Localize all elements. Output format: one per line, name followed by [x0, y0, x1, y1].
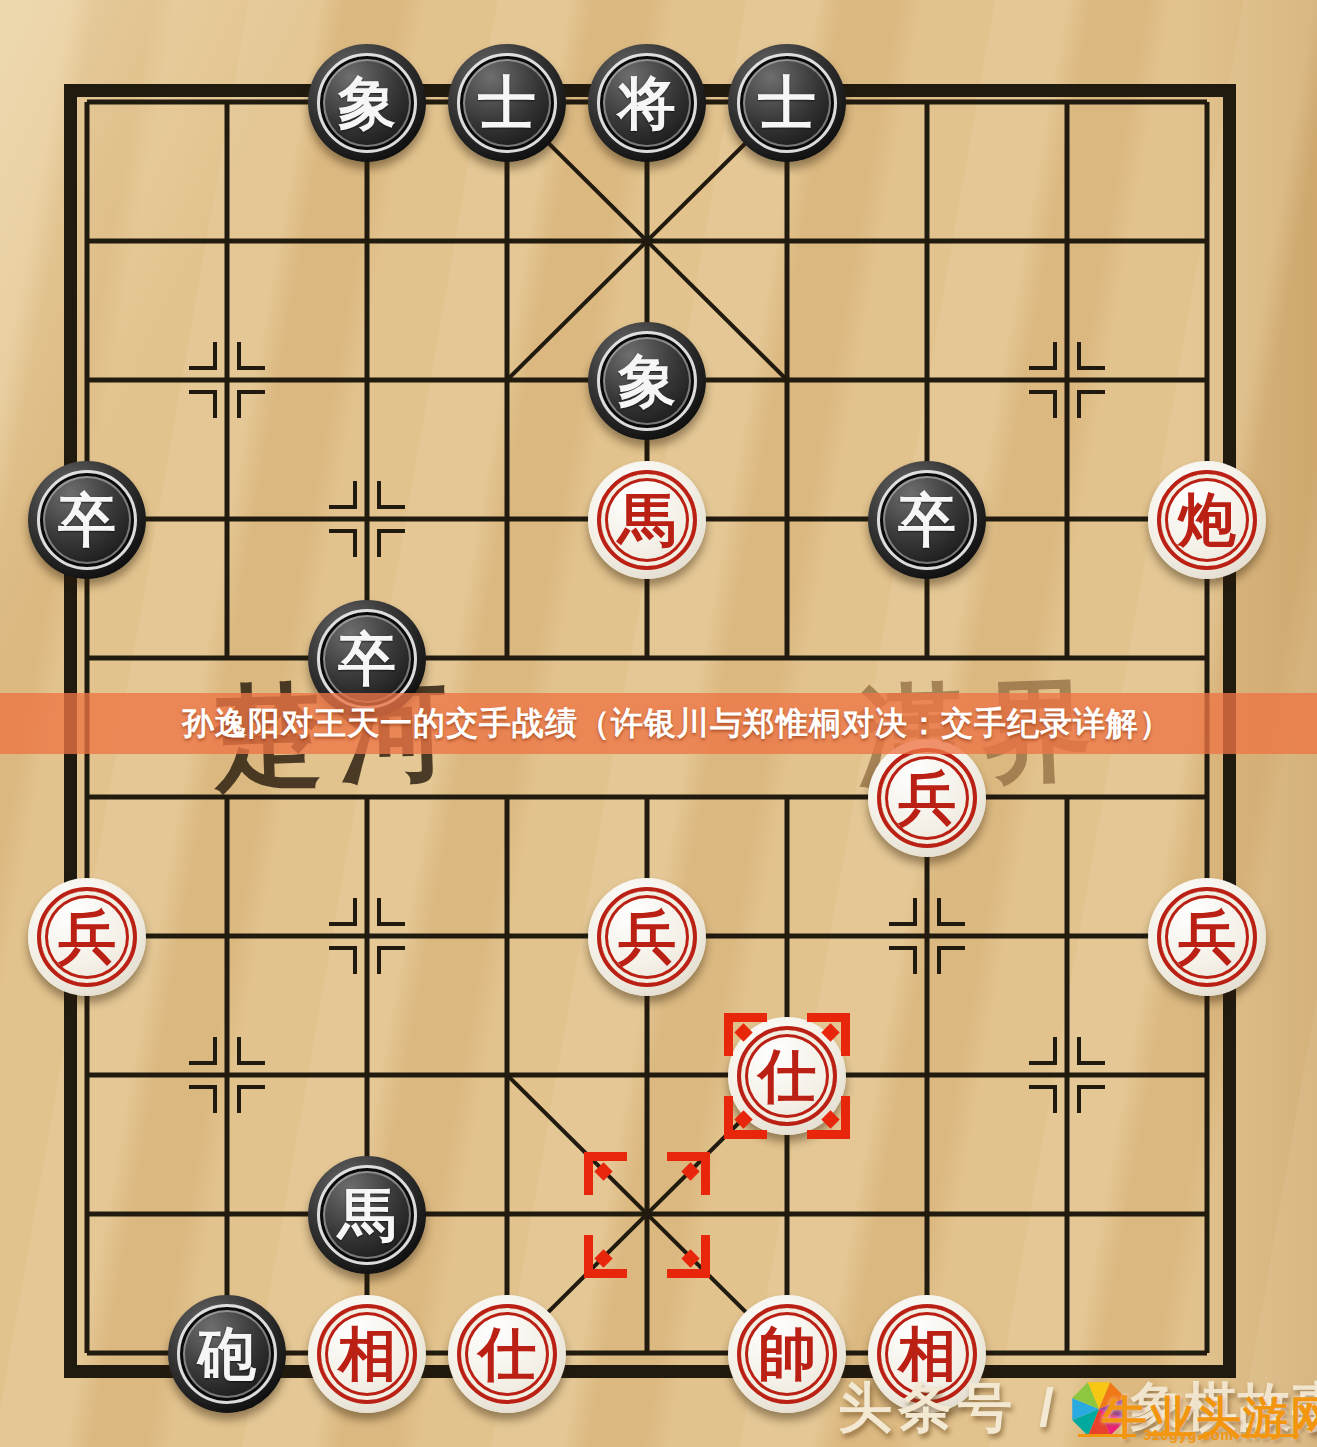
piece-black-象-r2c4[interactable]: 象 — [588, 322, 706, 440]
piece-glyph: 兵 — [868, 739, 986, 857]
site-domain-text: 310gyg.com — [1143, 1427, 1234, 1443]
bracket-corner-tr — [667, 1152, 710, 1195]
piece-red-仕-r9c3[interactable]: 仕 — [448, 1295, 566, 1413]
piece-glyph: 卒 — [28, 461, 146, 579]
banner-title: 孙逸阳对王天一的交手战绩（许银川与郑惟桐对决：交手纪录详解） — [0, 702, 1172, 746]
piece-red-帥-r9c5[interactable]: 帥 — [728, 1295, 846, 1413]
piece-glyph: 士 — [448, 44, 566, 162]
piece-black-馬-r8c2[interactable]: 馬 — [308, 1156, 426, 1274]
piece-glyph: 馬 — [588, 461, 706, 579]
piece-glyph: 仕 — [448, 1295, 566, 1413]
piece-black-象-r0c2[interactable]: 象 — [308, 44, 426, 162]
piece-red-馬-r3c4[interactable]: 馬 — [588, 461, 706, 579]
piece-glyph: 兵 — [28, 878, 146, 996]
site-domain: 310gyg.com — [1078, 1427, 1299, 1443]
piece-red-相-r9c2[interactable]: 相 — [308, 1295, 426, 1413]
last-move-marker-from — [584, 1152, 710, 1278]
piece-red-炮-r3c8[interactable]: 炮 — [1148, 461, 1266, 579]
piece-glyph: 砲 — [168, 1295, 286, 1413]
bracket-corner-br — [807, 1096, 850, 1139]
piece-black-士-r0c5[interactable]: 士 — [728, 44, 846, 162]
piece-red-兵-r6c0[interactable]: 兵 — [28, 878, 146, 996]
bracket-corner-br — [667, 1235, 710, 1278]
piece-glyph: 将 — [588, 44, 706, 162]
piece-black-卒-r3c6[interactable]: 卒 — [868, 461, 986, 579]
piece-glyph: 炮 — [1148, 461, 1266, 579]
piece-glyph: 馬 — [308, 1156, 426, 1274]
piece-red-兵-r6c4[interactable]: 兵 — [588, 878, 706, 996]
piece-glyph: 帥 — [728, 1295, 846, 1413]
piece-black-将-r0c4[interactable]: 将 — [588, 44, 706, 162]
piece-glyph: 士 — [728, 44, 846, 162]
piece-black-砲-r9c1[interactable]: 砲 — [168, 1295, 286, 1413]
piece-black-卒-r3c0[interactable]: 卒 — [28, 461, 146, 579]
last-move-marker-to — [724, 1013, 850, 1139]
title-banner: 孙逸阳对王天一的交手战绩（许银川与郑惟桐对决：交手纪录详解） — [0, 693, 1317, 754]
piece-red-兵-r6c8[interactable]: 兵 — [1148, 878, 1266, 996]
piece-glyph: 象 — [308, 44, 426, 162]
bracket-corner-bl — [724, 1096, 767, 1139]
bracket-corner-tl — [584, 1152, 627, 1195]
dash-right-icon — [1241, 1434, 1299, 1437]
bracket-corner-bl — [584, 1235, 627, 1278]
xiangqi-screenshot: 楚河 漢界 象士将士象卒馬卒炮卒兵兵兵兵仕馬砲相仕帥相 孙逸阳对王天一的交手战绩… — [0, 0, 1317, 1447]
watermark-channel: 头条号 / — [838, 1372, 1060, 1445]
piece-glyph: 相 — [308, 1295, 426, 1413]
piece-glyph: 卒 — [868, 461, 986, 579]
piece-glyph: 象 — [588, 322, 706, 440]
piece-glyph: 兵 — [588, 878, 706, 996]
bracket-corner-tl — [724, 1013, 767, 1056]
piece-red-兵-r5c6[interactable]: 兵 — [868, 739, 986, 857]
dash-left-icon — [1078, 1434, 1136, 1437]
piece-black-士-r0c3[interactable]: 士 — [448, 44, 566, 162]
bracket-corner-tr — [807, 1013, 850, 1056]
piece-glyph: 兵 — [1148, 878, 1266, 996]
